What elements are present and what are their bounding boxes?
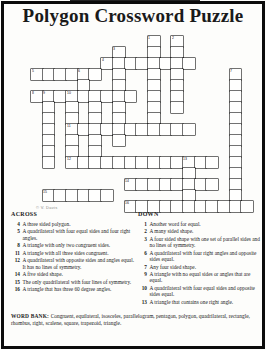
grid-cell-empty [183,47,195,58]
worksheet-page: Polygon Crossword Puzzle 123456789101112… [0,0,266,350]
grid-cell-empty [171,190,183,201]
grid-cell[interactable] [66,135,78,146]
clue-item-number: 4 [11,221,23,227]
grid-cell[interactable] [89,190,101,201]
grid-cell-empty [78,58,90,69]
grid-cell[interactable]: 15 [43,190,55,201]
grid-cell[interactable]: 3 [113,47,125,58]
grid-cell-empty [160,190,172,201]
grid-cell-empty [54,113,66,124]
grid-cell[interactable] [195,201,207,212]
grid-cell-empty [31,124,43,135]
grid-cell[interactable] [183,190,195,201]
grid-cell-empty [78,179,90,190]
grid-cell[interactable] [171,91,183,102]
grid-cell-empty [113,168,125,179]
grid-cell[interactable] [54,69,66,80]
grid-cell-empty [241,113,253,124]
grid-cell[interactable] [113,102,125,113]
grid-cell[interactable] [160,201,172,212]
clue-item: 2A many sided shape. [138,228,260,234]
crossword-grid: 12345678910111213141516 [31,36,253,212]
clue-number: 1 [148,36,150,39]
grid-cell-empty [101,146,113,157]
grid-cell-empty [89,201,101,212]
grid-cell[interactable] [43,135,55,146]
grid-cell-empty [241,179,253,190]
grid-cell[interactable] [230,135,242,146]
grid-cell[interactable]: 5 [31,69,43,80]
grid-cell-empty [125,47,137,58]
grid-cell[interactable] [148,102,160,113]
grid-cell[interactable] [148,58,160,69]
grid-cell[interactable] [66,146,78,157]
grid-cell[interactable] [78,157,90,168]
clue-item: 4A three sided polygon. [11,221,135,227]
grid-cell[interactable]: 9 [43,91,55,102]
grid-cell-empty [31,58,43,69]
grid-cell-empty [54,58,66,69]
grid-cell-empty [54,124,66,135]
down-header: DOWN [138,211,159,217]
grid-cell[interactable] [230,80,242,91]
grid-cell-empty [241,168,253,179]
grid-cell-empty [218,190,230,201]
clue-item: 8A triangle with only two congruent side… [11,242,135,248]
grid-cell[interactable] [241,201,253,212]
clue-number: 11 [67,124,71,127]
grid-cell[interactable] [230,113,242,124]
grid-cell-empty [78,113,90,124]
grid-cell[interactable] [113,58,125,69]
clue-item-number: 9 [138,271,150,284]
grid-cell-empty [125,135,137,146]
grid-cell[interactable] [89,91,101,102]
grid-cell[interactable] [148,47,160,58]
grid-cell-empty [148,168,160,179]
grid-cell-empty [195,80,207,91]
clue-number: 10 [67,91,71,94]
grid-cell[interactable] [206,201,218,212]
grid-cell-empty [31,47,43,58]
grid-cell[interactable] [206,157,218,168]
grid-cell-empty [195,190,207,201]
grid-cell-empty [125,146,137,157]
grid-cell[interactable] [230,190,242,201]
grid-cell[interactable] [183,58,195,69]
grid-cell-empty [66,58,78,69]
grid-cell[interactable] [66,190,78,201]
grid-cell-empty [218,47,230,58]
grid-cell-empty [206,168,218,179]
grid-cell-empty [54,146,66,157]
grid-cell-empty [31,179,43,190]
clue-item-text: A quadrilateral with four equal sides an… [150,285,261,298]
grid-cell-empty [66,201,78,212]
grid-cell[interactable]: 4 [101,58,113,69]
grid-cell[interactable] [113,80,125,91]
grid-cell-empty [160,168,172,179]
grid-cell-empty [54,179,66,190]
grid-cell-empty [43,168,55,179]
grid-cell[interactable] [148,113,160,124]
grid-cell[interactable] [54,91,66,102]
grid-cell[interactable] [230,179,242,190]
grid-cell-empty [54,47,66,58]
clue-item-text: The only quadrilateral with four lines o… [23,279,136,285]
clue-item: 10A quadrilateral with four equal sides … [138,285,260,298]
clue-item: 9A triangle with no equal sides or angle… [138,271,260,284]
grid-cell-empty [31,102,43,113]
grid-cell-empty [183,135,195,146]
grid-cell[interactable] [43,113,55,124]
grid-cell[interactable] [218,201,230,212]
grid-cell-empty [206,47,218,58]
grid-cell-empty [160,102,172,113]
grid-cell[interactable] [160,124,172,135]
grid-cell[interactable] [113,69,125,80]
clue-item: 7Any four sided shape. [138,264,260,270]
grid-cell[interactable] [101,190,113,201]
grid-cell-empty [183,69,195,80]
grid-cell[interactable] [230,157,242,168]
grid-cell-empty [136,80,148,91]
grid-cell-empty [160,69,172,80]
grid-cell-empty [195,47,207,58]
grid-cell[interactable]: 12 [66,157,78,168]
grid-cell-empty [241,47,253,58]
grid-cell-empty [206,146,218,157]
grid-cell[interactable] [78,124,90,135]
grid-cell-empty [43,36,55,47]
grid-cell-empty [241,58,253,69]
grid-cell[interactable] [89,135,101,146]
grid-cell-empty [195,36,207,47]
grid-cell-empty [89,179,101,190]
grid-cell-empty [183,80,195,91]
page-title: Polygon Crossword Puzzle [0,5,266,27]
grid-cell[interactable] [230,102,242,113]
grid-cell-empty [31,168,43,179]
grid-cell-empty [195,91,207,102]
clue-item-text: A triangle with no equal sides or angles… [150,271,261,284]
clue-item-number: 10 [138,285,150,298]
grid-cell-empty [78,47,90,58]
grid-cell[interactable]: 10 [66,91,78,102]
grid-cell[interactable] [230,124,242,135]
grid-cell[interactable] [66,113,78,124]
grid-cell[interactable] [125,124,137,135]
grid-cell-empty [148,135,160,146]
clue-item: 13A triangle that contains one right ang… [138,299,260,305]
grid-cell-empty [218,102,230,113]
grid-cell[interactable] [125,58,137,69]
grid-cell-empty [78,201,90,212]
grid-cell-empty [125,102,137,113]
grid-cell[interactable] [113,91,125,102]
clue-number: 16 [125,201,129,204]
grid-cell[interactable] [136,179,148,190]
grid-cell-empty [183,113,195,124]
clue-number: 2 [172,36,174,39]
grid-cell-empty [171,135,183,146]
grid-cell-empty [125,113,137,124]
grid-cell-empty [160,47,172,58]
grid-cell-empty [101,113,113,124]
grid-cell[interactable] [136,58,148,69]
grid-cell[interactable] [171,157,183,168]
grid-cell-empty [241,36,253,47]
word-bank: WORD BANK: Congruent, equilateral, isosc… [11,313,258,326]
grid-cell-empty [206,58,218,69]
grid-cell[interactable] [125,91,137,102]
grid-cell-empty [206,190,218,201]
down-clue-list: 1Another word for equal.2A many sided sh… [138,221,260,306]
grid-cell-empty [89,58,101,69]
grid-cell-empty [206,69,218,80]
grid-cell-empty [148,190,160,201]
grid-cell-empty [54,157,66,168]
grid-cell[interactable] [89,157,101,168]
grid-cell[interactable] [195,157,207,168]
grid-cell-empty [241,146,253,157]
grid-cell[interactable] [171,58,183,69]
grid-cell-empty [101,102,113,113]
grid-cell[interactable] [89,146,101,157]
grid-cell[interactable]: 16 [125,201,137,212]
grid-cell-empty [206,91,218,102]
clue-item: 6A quadrilateral with four right angles … [138,250,260,263]
grid-cell[interactable] [78,80,90,91]
grid-cell-empty [160,36,172,47]
grid-cell[interactable] [113,157,125,168]
grid-cell[interactable] [183,201,195,212]
grid-cell[interactable]: 7 [230,69,242,80]
grid-cell-empty [148,146,160,157]
grid-cell-empty [66,168,78,179]
grid-cell-empty [218,36,230,47]
grid-cell-empty [54,168,66,179]
grid-cell-empty [31,135,43,146]
clue-item: 15The only quadrilateral with four lines… [11,279,135,285]
grid-cell-empty [241,91,253,102]
grid-cell[interactable] [160,58,172,69]
grid-cell-empty [218,113,230,124]
grid-cell-empty [54,36,66,47]
clue-item-text: A triangle that contains one right angle… [150,299,261,305]
clue-item-text: A many sided shape. [150,228,261,234]
grid-cell-empty [66,36,78,47]
grid-cell[interactable] [125,157,137,168]
grid-cell[interactable]: 11 [66,124,78,135]
clue-item-number: 3 [138,236,150,249]
grid-cell-empty [78,146,90,157]
grid-cell[interactable] [183,179,195,190]
grid-cell[interactable]: 14 [125,179,137,190]
clue-item-text: A five sided shape. [23,271,136,277]
grid-cell[interactable] [195,179,207,190]
clue-item-text: A four sided shape with one set of paral… [150,236,261,249]
grid-cell[interactable]: 6 [78,69,90,80]
grid-cell-empty [183,102,195,113]
grid-cell-empty [195,146,207,157]
clue-number: 15 [43,190,47,193]
grid-cell-empty [101,47,113,58]
grid-cell[interactable] [101,157,113,168]
grid-cell[interactable] [230,168,242,179]
grid-cell-empty [171,146,183,157]
grid-cell[interactable] [43,157,55,168]
grid-cell-empty [101,168,113,179]
grid-cell-empty [218,146,230,157]
grid-cell-empty [89,168,101,179]
grid-cell[interactable] [136,124,148,135]
grid-cell[interactable] [101,124,113,135]
grid-cell-empty [101,36,113,47]
grid-cell[interactable]: 2 [171,36,183,47]
grid-cell-empty [66,179,78,190]
grid-cell[interactable] [54,190,66,201]
clue-item: 14A five sided shape. [11,271,135,277]
grid-cell-empty [218,157,230,168]
grid-cell[interactable] [89,113,101,124]
clue-item-number: 16 [11,286,23,292]
grid-cell[interactable] [171,179,183,190]
grid-cell-empty [101,179,113,190]
grid-cell-empty [101,69,113,80]
grid-cell-empty [241,69,253,80]
grid-cell[interactable] [43,102,55,113]
clue-number: 6 [78,69,80,72]
grid-cell-empty [206,80,218,91]
grid-cell-empty [218,168,230,179]
clue-item-number: 15 [11,279,23,285]
clue-item-number: 8 [11,242,23,248]
grid-cell-empty [113,146,125,157]
grid-cell-empty [241,124,253,135]
grid-cell-empty [183,146,195,157]
clue-number: 4 [102,58,104,61]
grid-cell[interactable] [43,124,55,135]
grid-cell-empty [218,69,230,80]
grid-cell-empty [206,102,218,113]
grid-cell-empty [136,102,148,113]
grid-cell[interactable] [160,157,172,168]
grid-cell[interactable] [171,102,183,113]
grid-cell[interactable] [78,190,90,201]
grid-cell[interactable] [113,124,125,135]
grid-cell-empty [113,179,125,190]
grid-cell[interactable]: 8 [31,91,43,102]
grid-cell[interactable] [148,124,160,135]
grid-cell-empty [136,146,148,157]
grid-cell[interactable] [148,69,160,80]
grid-cell[interactable] [113,113,125,124]
clue-item-number: 6 [138,250,150,263]
grid-cell-empty [171,168,183,179]
grid-cell-empty [171,113,183,124]
grid-cell-empty [195,69,207,80]
grid-cell[interactable] [148,157,160,168]
grid-cell-empty [31,113,43,124]
grid-cell-empty [43,179,55,190]
grid-cell[interactable] [89,69,101,80]
clue-item-number: 1 [138,221,150,227]
grid-cell[interactable]: 13 [183,157,195,168]
clue-number: 8 [32,91,34,94]
grid-cell[interactable] [206,179,218,190]
grid-cell[interactable] [183,168,195,179]
grid-cell[interactable] [171,201,183,212]
grid-cell-empty [160,146,172,157]
grid-cell-empty [54,80,66,91]
grid-cell[interactable] [171,124,183,135]
grid-cell-empty [183,91,195,102]
grid-cell[interactable] [66,102,78,113]
grid-cell[interactable]: 1 [148,36,160,47]
grid-cell-empty [195,113,207,124]
grid-cell[interactable] [148,80,160,91]
grid-cell[interactable] [230,201,242,212]
grid-cell[interactable] [66,69,78,80]
grid-cell[interactable] [78,91,90,102]
grid-cell[interactable] [160,179,172,190]
clue-number: 13 [183,157,187,160]
grid-cell-empty [206,113,218,124]
grid-cell-empty [31,36,43,47]
clue-item-text: A triangle with only two congruent sides… [23,242,136,248]
grid-cell-empty [43,47,55,58]
grid-cell-empty [195,124,207,135]
grid-cell-empty [183,36,195,47]
clue-item-number: 7 [138,264,150,270]
grid-cell-empty [206,135,218,146]
clue-item-text: A triangle that has three 60 degree angl… [23,286,136,292]
clue-number: 12 [67,157,71,160]
grid-cell[interactable] [171,47,183,58]
grid-cell[interactable] [43,146,55,157]
grid-cell[interactable] [148,179,160,190]
grid-cell-empty [136,91,148,102]
clue-item: 1Another word for equal. [138,221,260,227]
clue-number: 7 [230,69,232,72]
grid-cell[interactable] [230,91,242,102]
grid-cell[interactable] [171,80,183,91]
grid-cell[interactable] [89,102,101,113]
grid-cell-empty [125,36,137,47]
grid-cell[interactable] [230,146,242,157]
grid-cell[interactable] [171,69,183,80]
clue-item-number: 14 [11,271,23,277]
clue-number: 9 [43,91,45,94]
grid-cell-empty [89,36,101,47]
grid-cell[interactable] [43,69,55,80]
grid-cell-empty [160,91,172,102]
grid-cell[interactable] [148,91,160,102]
grid-cell[interactable] [101,91,113,102]
grid-cell[interactable] [89,124,101,135]
grid-cell-empty [218,179,230,190]
clue-item-text: Any four sided shape. [150,264,261,270]
grid-cell[interactable] [183,124,195,135]
grid-cell-empty [43,58,55,69]
grid-cell[interactable] [136,157,148,168]
grid-cell-empty [31,157,43,168]
grid-cell[interactable] [113,135,125,146]
grid-cell-empty [66,47,78,58]
grid-cell-empty [54,102,66,113]
grid-cell-empty [160,135,172,146]
